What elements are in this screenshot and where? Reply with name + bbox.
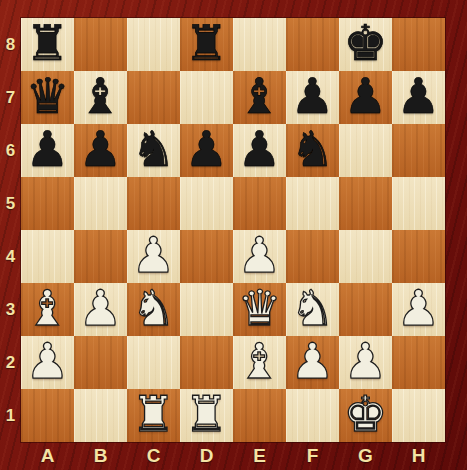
piece-black-pawn[interactable]: ♟︎: [344, 72, 388, 121]
piece-black-bishop[interactable]: ♝︎: [238, 72, 282, 121]
square-h4[interactable]: [392, 230, 445, 283]
piece-white-knight[interactable]: ♞︎: [291, 284, 335, 333]
file-label-f: F: [286, 442, 339, 470]
square-f7[interactable]: ♟︎: [286, 71, 339, 124]
square-g6[interactable]: [339, 124, 392, 177]
piece-black-knight[interactable]: ♞︎: [132, 125, 176, 174]
square-c1[interactable]: ♜︎: [127, 389, 180, 442]
square-f5[interactable]: [286, 177, 339, 230]
square-e1[interactable]: [233, 389, 286, 442]
square-h2[interactable]: [392, 336, 445, 389]
piece-black-rook[interactable]: ♜︎: [185, 19, 229, 68]
file-labels: ABCDEFGH: [21, 442, 445, 470]
square-g7[interactable]: ♟︎: [339, 71, 392, 124]
piece-white-pawn[interactable]: ♟︎: [238, 231, 282, 280]
square-b8[interactable]: [74, 18, 127, 71]
square-b7[interactable]: ♝︎: [74, 71, 127, 124]
file-label-h: H: [392, 442, 445, 470]
square-b4[interactable]: [74, 230, 127, 283]
piece-black-pawn[interactable]: ♟︎: [79, 125, 123, 174]
square-b2[interactable]: [74, 336, 127, 389]
square-c5[interactable]: [127, 177, 180, 230]
square-d1[interactable]: ♜︎: [180, 389, 233, 442]
file-label-g: G: [339, 442, 392, 470]
square-d5[interactable]: [180, 177, 233, 230]
piece-black-pawn[interactable]: ♟︎: [397, 72, 441, 121]
square-d4[interactable]: [180, 230, 233, 283]
piece-white-rook[interactable]: ♜︎: [185, 390, 229, 439]
square-e8[interactable]: [233, 18, 286, 71]
piece-black-pawn[interactable]: ♟︎: [238, 125, 282, 174]
chessboard-frame: 87654321 ♜︎♜︎♚︎♛︎♝︎♝︎♟︎♟︎♟︎♟︎♟︎♞︎♟︎♟︎♞︎♟…: [0, 0, 467, 470]
file-label-e: E: [233, 442, 286, 470]
piece-black-bishop[interactable]: ♝︎: [79, 72, 123, 121]
square-e5[interactable]: [233, 177, 286, 230]
rank-label-7: 7: [0, 71, 21, 124]
square-a5[interactable]: [21, 177, 74, 230]
square-h5[interactable]: [392, 177, 445, 230]
square-g2[interactable]: ♟︎: [339, 336, 392, 389]
square-b1[interactable]: [74, 389, 127, 442]
square-c8[interactable]: [127, 18, 180, 71]
file-label-b: B: [74, 442, 127, 470]
piece-white-king[interactable]: ♚︎: [344, 390, 388, 439]
square-e2[interactable]: ♝︎: [233, 336, 286, 389]
square-h6[interactable]: [392, 124, 445, 177]
rank-label-8: 8: [0, 18, 21, 71]
square-c7[interactable]: [127, 71, 180, 124]
square-a6[interactable]: ♟︎: [21, 124, 74, 177]
rank-label-3: 3: [0, 283, 21, 336]
square-f1[interactable]: [286, 389, 339, 442]
square-g4[interactable]: [339, 230, 392, 283]
square-e6[interactable]: ♟︎: [233, 124, 286, 177]
square-d7[interactable]: [180, 71, 233, 124]
piece-white-pawn[interactable]: ♟︎: [26, 337, 70, 386]
square-a7[interactable]: ♛︎: [21, 71, 74, 124]
rank-label-4: 4: [0, 230, 21, 283]
square-d6[interactable]: ♟︎: [180, 124, 233, 177]
square-a3[interactable]: ♝︎: [21, 283, 74, 336]
square-f6[interactable]: ♞︎: [286, 124, 339, 177]
square-h3[interactable]: ♟︎: [392, 283, 445, 336]
piece-white-pawn[interactable]: ♟︎: [344, 337, 388, 386]
file-label-c: C: [127, 442, 180, 470]
file-label-a: A: [21, 442, 74, 470]
square-a4[interactable]: [21, 230, 74, 283]
piece-black-pawn[interactable]: ♟︎: [185, 125, 229, 174]
square-b5[interactable]: [74, 177, 127, 230]
square-d3[interactable]: [180, 283, 233, 336]
square-e7[interactable]: ♝︎: [233, 71, 286, 124]
square-e3[interactable]: ♛︎: [233, 283, 286, 336]
piece-white-pawn[interactable]: ♟︎: [397, 284, 441, 333]
piece-white-bishop[interactable]: ♝︎: [238, 337, 282, 386]
square-a1[interactable]: [21, 389, 74, 442]
piece-white-pawn[interactable]: ♟︎: [79, 284, 123, 333]
piece-white-pawn[interactable]: ♟︎: [291, 337, 335, 386]
rank-label-5: 5: [0, 177, 21, 230]
square-c2[interactable]: [127, 336, 180, 389]
square-h7[interactable]: ♟︎: [392, 71, 445, 124]
square-b6[interactable]: ♟︎: [74, 124, 127, 177]
piece-black-knight[interactable]: ♞︎: [291, 125, 335, 174]
square-d2[interactable]: [180, 336, 233, 389]
square-h8[interactable]: [392, 18, 445, 71]
rank-labels: 87654321: [0, 18, 21, 442]
piece-white-queen[interactable]: ♛︎: [238, 284, 282, 333]
rank-label-6: 6: [0, 124, 21, 177]
square-b3[interactable]: ♟︎: [74, 283, 127, 336]
piece-black-pawn[interactable]: ♟︎: [291, 72, 335, 121]
piece-black-queen[interactable]: ♛︎: [26, 72, 70, 121]
rank-label-1: 1: [0, 389, 21, 442]
square-d8[interactable]: ♜︎: [180, 18, 233, 71]
square-h1[interactable]: [392, 389, 445, 442]
square-a8[interactable]: ♜︎: [21, 18, 74, 71]
square-c3[interactable]: ♞︎: [127, 283, 180, 336]
piece-black-king[interactable]: ♚︎: [344, 19, 388, 68]
square-g1[interactable]: ♚︎: [339, 389, 392, 442]
chessboard[interactable]: ♜︎♜︎♚︎♛︎♝︎♝︎♟︎♟︎♟︎♟︎♟︎♞︎♟︎♟︎♞︎♟︎♟︎♝︎♟︎♞︎…: [21, 18, 445, 442]
piece-white-knight[interactable]: ♞︎: [132, 284, 176, 333]
square-g8[interactable]: ♚︎: [339, 18, 392, 71]
square-f8[interactable]: [286, 18, 339, 71]
square-c6[interactable]: ♞︎: [127, 124, 180, 177]
piece-white-bishop[interactable]: ♝︎: [26, 284, 70, 333]
rank-label-2: 2: [0, 336, 21, 389]
piece-black-rook[interactable]: ♜︎: [26, 19, 70, 68]
piece-black-pawn[interactable]: ♟︎: [26, 125, 70, 174]
piece-white-rook[interactable]: ♜︎: [132, 390, 176, 439]
square-a2[interactable]: ♟︎: [21, 336, 74, 389]
square-f3[interactable]: ♞︎: [286, 283, 339, 336]
piece-white-pawn[interactable]: ♟︎: [132, 231, 176, 280]
square-f2[interactable]: ♟︎: [286, 336, 339, 389]
square-c4[interactable]: ♟︎: [127, 230, 180, 283]
square-e4[interactable]: ♟︎: [233, 230, 286, 283]
file-label-d: D: [180, 442, 233, 470]
square-g5[interactable]: [339, 177, 392, 230]
square-f4[interactable]: [286, 230, 339, 283]
square-g3[interactable]: [339, 283, 392, 336]
